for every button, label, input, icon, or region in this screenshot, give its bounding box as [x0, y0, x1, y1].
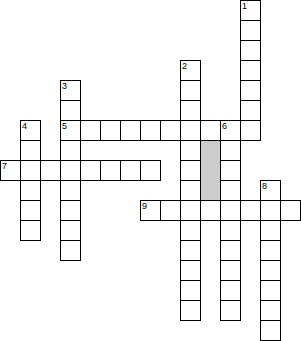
cell-r10c10[interactable] [200, 200, 221, 221]
cell-r3c12[interactable] [240, 60, 261, 81]
cell-r10c9[interactable] [180, 200, 201, 221]
cell-r10c12[interactable] [240, 200, 261, 221]
cell-r8c5[interactable] [100, 160, 121, 181]
cell-r15c9[interactable] [180, 300, 201, 321]
cell-r12c9[interactable] [180, 240, 201, 261]
cell-r8c6[interactable] [120, 160, 141, 181]
cell-r4c12[interactable] [240, 80, 261, 101]
cell-r9c11[interactable] [220, 180, 241, 201]
cell-r6c12[interactable] [240, 120, 261, 141]
cell-r8c11[interactable] [220, 160, 241, 181]
cell-r6c10[interactable] [200, 120, 221, 141]
cell-r6c11[interactable] [220, 120, 241, 141]
cell-r7c11[interactable] [220, 140, 241, 161]
cell-r16c13[interactable] [260, 320, 281, 341]
cell-r10c3[interactable] [60, 200, 81, 221]
cell-r10c13[interactable] [260, 200, 281, 221]
cell-r9c1[interactable] [20, 180, 41, 201]
cell-r15c13[interactable] [260, 300, 281, 321]
cell-r13c13[interactable] [260, 260, 281, 281]
cell-r11c11[interactable] [220, 220, 241, 241]
cell-r6c9[interactable] [180, 120, 201, 141]
cell-r8c7[interactable] [140, 160, 161, 181]
cell-r10c14[interactable] [280, 200, 301, 221]
shaded-block [200, 140, 221, 201]
cell-r12c3[interactable] [60, 240, 81, 261]
cell-r8c4[interactable] [80, 160, 101, 181]
cell-r15c11[interactable] [220, 300, 241, 321]
cell-r7c3[interactable] [60, 140, 81, 161]
cell-r11c1[interactable] [20, 220, 41, 241]
cell-r4c9[interactable] [180, 80, 201, 101]
cell-r6c6[interactable] [120, 120, 141, 141]
cell-r5c12[interactable] [240, 100, 261, 121]
cell-r6c7[interactable] [140, 120, 161, 141]
cell-r8c3[interactable] [60, 160, 81, 181]
cell-r12c13[interactable] [260, 240, 281, 261]
cell-r8c0[interactable] [0, 160, 21, 181]
cell-r10c11[interactable] [220, 200, 241, 221]
cell-r13c9[interactable] [180, 260, 201, 281]
cell-r8c9[interactable] [180, 160, 201, 181]
cell-r10c7[interactable] [140, 200, 161, 221]
cell-r3c9[interactable] [180, 60, 201, 81]
cell-r6c5[interactable] [100, 120, 121, 141]
cell-r10c1[interactable] [20, 200, 41, 221]
cell-r11c13[interactable] [260, 220, 281, 241]
cell-r13c11[interactable] [220, 260, 241, 281]
cell-r14c11[interactable] [220, 280, 241, 301]
cell-r6c1[interactable] [20, 120, 41, 141]
cell-r11c9[interactable] [180, 220, 201, 241]
crossword-board: 123456789 [0, 0, 301, 341]
cell-r12c11[interactable] [220, 240, 241, 261]
cell-r14c13[interactable] [260, 280, 281, 301]
cell-r5c9[interactable] [180, 100, 201, 121]
cell-r8c1[interactable] [20, 160, 41, 181]
cell-r11c3[interactable] [60, 220, 81, 241]
cell-r10c8[interactable] [160, 200, 181, 221]
cell-r7c9[interactable] [180, 140, 201, 161]
cell-r6c4[interactable] [80, 120, 101, 141]
cell-r1c12[interactable] [240, 20, 261, 41]
cell-r9c9[interactable] [180, 180, 201, 201]
cell-r4c3[interactable] [60, 80, 81, 101]
cell-r9c13[interactable] [260, 180, 281, 201]
cell-r2c12[interactable] [240, 40, 261, 61]
cell-r9c3[interactable] [60, 180, 81, 201]
cell-r7c1[interactable] [20, 140, 41, 161]
cell-r6c8[interactable] [160, 120, 181, 141]
cell-r6c3[interactable] [60, 120, 81, 141]
cell-r8c2[interactable] [40, 160, 61, 181]
cell-r14c9[interactable] [180, 280, 201, 301]
cell-r5c3[interactable] [60, 100, 81, 121]
cell-r0c12[interactable] [240, 0, 261, 21]
